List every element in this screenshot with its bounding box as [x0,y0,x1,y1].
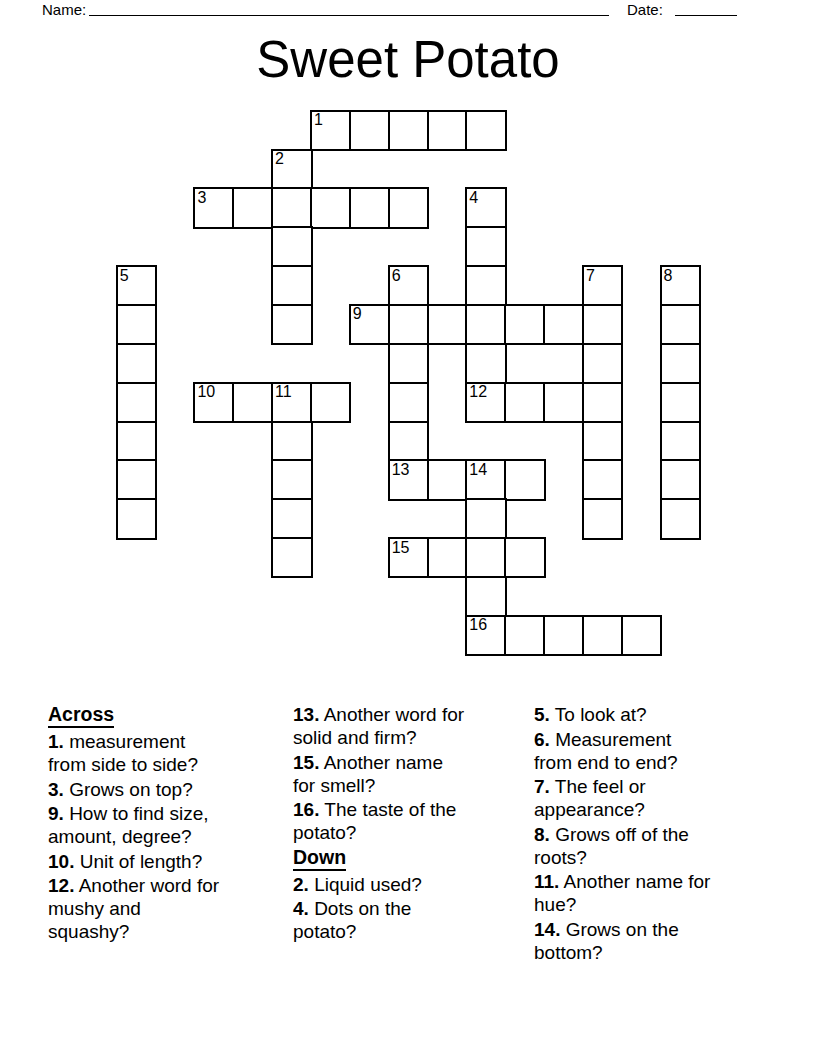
clue-item-number: 9. [48,803,64,824]
grid-cell[interactable] [621,615,662,656]
grid-cell[interactable] [504,537,545,578]
clue-item-number: 5. [534,704,550,725]
clue-number: 8 [664,268,673,285]
clue-item-number: 15. [293,752,319,773]
grid-cell[interactable] [116,498,157,539]
clue-number: 15 [392,540,410,557]
grid-cell[interactable] [310,187,351,228]
clue-item: 8. Grows off of the roots? [534,823,711,869]
grid-cell[interactable] [582,343,623,384]
grid-cell[interactable] [465,110,506,151]
grid-cell[interactable] [504,615,545,656]
grid-cell[interactable] [232,382,273,423]
clue-number: 6 [392,268,401,285]
grid-cell[interactable] [271,459,312,500]
clue-item-number: 6. [534,729,550,750]
clue-number: 3 [197,190,206,207]
clue-item: 10. Unit of length? [48,850,225,873]
clue-item-number: 3. [48,779,64,800]
grid-cell[interactable] [427,304,468,345]
grid-cell[interactable] [427,110,468,151]
clue-number: 4 [469,190,478,207]
clue-number: 5 [120,268,129,285]
clue-item: 1. measurement from side to side? [48,730,225,776]
clue-item-text: Measurement from end to end? [534,729,678,773]
clue-item: 5. To look at? [534,703,711,726]
grid-cell[interactable] [660,304,701,345]
grid-cell[interactable] [271,304,312,345]
grid-cell[interactable] [271,265,312,306]
grid-cell[interactable] [271,187,312,228]
puzzle-title: Sweet Potato [0,34,816,85]
grid-cell[interactable] [388,187,429,228]
grid-cell[interactable] [465,576,506,617]
clue-column: Across1. measurement from side to side?3… [48,703,225,945]
clue-item-number: 1. [48,731,64,752]
clue-item-number: 12. [48,875,74,896]
clue-item-number: 10. [48,851,74,872]
grid-cell[interactable] [116,304,157,345]
grid-cell[interactable] [388,304,429,345]
clue-number: 2 [275,151,284,168]
grid-cell[interactable] [660,343,701,384]
clue-item: 9. How to find size, amount, degree? [48,802,225,848]
grid-cell[interactable]: 11 [271,382,312,423]
grid-cell[interactable]: 8 [660,265,701,306]
clue-item: 7. The feel or appearance? [534,775,711,821]
clue-item: 4. Dots on the potato? [293,897,470,943]
grid-cell[interactable] [465,304,506,345]
clue-item-number: 16. [293,799,319,820]
grid-cell[interactable] [271,421,312,462]
grid-cell[interactable] [427,537,468,578]
grid-cell[interactable] [504,382,545,423]
clue-item: 14. Grows on the bottom? [534,918,711,964]
clue-item-number: 14. [534,919,560,940]
clue-item-number: 13. [293,704,319,725]
grid-cell[interactable] [310,382,351,423]
clue-item-text: How to find size, amount, degree? [48,803,209,847]
grid-cell[interactable] [116,382,157,423]
grid-cell[interactable] [116,459,157,500]
grid-cell[interactable] [271,226,312,267]
clue-number: 9 [353,306,362,323]
grid-cell[interactable]: 14 [465,459,506,500]
grid-cell[interactable]: 16 [465,615,506,656]
grid-cell[interactable]: 10 [193,382,234,423]
clues-section: Across1. measurement from side to side?3… [0,703,816,1003]
grid-cell[interactable]: 6 [388,265,429,306]
clue-item: 12. Another word for mushy and squashy? [48,874,225,943]
clue-item-text: Grows off of the roots? [534,824,689,868]
grid-cell[interactable] [543,615,584,656]
grid-cell[interactable]: 4 [465,187,506,228]
clue-number: 7 [586,268,595,285]
grid-cell[interactable]: 2 [271,149,312,190]
grid-cell[interactable] [582,498,623,539]
clue-item-text: measurement from side to side? [48,731,198,775]
grid-cell[interactable] [388,421,429,462]
grid-cell[interactable] [427,459,468,500]
clue-number: 16 [469,617,487,634]
grid-cell[interactable]: 5 [116,265,157,306]
clue-item: 16. The taste of the potato? [293,798,470,844]
clue-number: 12 [469,384,487,401]
clue-item: 15. Another name for smell? [293,751,470,797]
clue-column: 5. To look at?6. Measurement from end to… [534,703,711,965]
grid-cell[interactable]: 3 [193,187,234,228]
grid-cell[interactable] [465,226,506,267]
grid-cell[interactable] [660,421,701,462]
clue-number: 10 [197,384,215,401]
grid-cell[interactable] [271,498,312,539]
grid-cell[interactable] [388,343,429,384]
grid-cell[interactable] [465,265,506,306]
clue-item-text: Another word for mushy and squashy? [48,875,219,942]
clue-number: 11 [275,384,292,401]
grid-cell[interactable] [116,343,157,384]
crossword-worksheet: Name: Date: Sweet Potato 123456789101112… [0,0,816,1056]
grid-cell[interactable] [349,187,390,228]
grid-cell[interactable] [582,304,623,345]
clue-item-text: Another name for hue? [534,871,710,915]
grid-cell[interactable] [349,110,390,151]
grid-cell[interactable] [465,537,506,578]
clue-item: 11. Another name for hue? [534,870,711,916]
clue-item-text: The feel or appearance? [534,776,646,820]
grid-cell[interactable] [504,304,545,345]
down-heading-text: Down [293,846,346,871]
clue-item-text: Another word for solid and firm? [293,704,464,748]
clue-item-text: Grows on top? [64,779,193,800]
grid-cell[interactable] [543,304,584,345]
clue-item-number: 8. [534,824,550,845]
across-heading: Across [48,703,225,726]
clue-item: 13. Another word for solid and firm? [293,703,470,749]
grid-cell[interactable] [388,382,429,423]
clue-number: 1 [314,112,323,129]
grid-cell[interactable] [660,498,701,539]
grid-cell[interactable] [465,343,506,384]
clue-item-text: Unit of length? [74,851,202,872]
grid-cell[interactable] [116,421,157,462]
name-line[interactable] [89,0,609,16]
grid-cell[interactable]: 7 [582,265,623,306]
grid-cell[interactable]: 13 [388,459,429,500]
grid-cell[interactable] [582,421,623,462]
grid-cell[interactable] [543,382,584,423]
grid-cell[interactable] [388,110,429,151]
grid-cell[interactable] [660,459,701,500]
clue-number: 14 [469,462,487,479]
date-line[interactable] [675,0,737,16]
clue-item: 6. Measurement from end to end? [534,728,711,774]
grid-cell[interactable]: 15 [388,537,429,578]
clue-item: 2. Liquid used? [293,873,470,896]
down-heading: Down [293,846,470,869]
clue-item-text: Liquid used? [309,874,422,895]
clue-item-text: To look at? [550,704,647,725]
clue-item-number: 4. [293,898,309,919]
grid-cell[interactable] [504,459,545,500]
clue-item-number: 7. [534,776,550,797]
grid-cell[interactable]: 9 [349,304,390,345]
across-heading-text: Across [48,703,114,728]
grid-cell[interactable] [660,382,701,423]
name-label: Name: [42,1,86,18]
clue-item-number: 11. [534,871,559,892]
grid-cell[interactable]: 12 [465,382,506,423]
grid-cell[interactable] [465,498,506,539]
clue-item-text: Dots on the potato? [293,898,411,942]
crossword-grid: 12345678910111213141516 [117,111,700,655]
clue-number: 13 [392,462,410,479]
clue-column: 13. Another word for solid and firm?15. … [293,703,470,945]
clue-item: 3. Grows on top? [48,778,225,801]
clue-item-number: 2. [293,874,309,895]
grid-cell[interactable] [232,187,273,228]
date-label: Date: [627,1,663,18]
grid-cell[interactable]: 1 [310,110,351,151]
grid-cell[interactable] [582,459,623,500]
grid-cell[interactable] [582,615,623,656]
grid-cell[interactable] [271,537,312,578]
grid-cell[interactable] [582,382,623,423]
